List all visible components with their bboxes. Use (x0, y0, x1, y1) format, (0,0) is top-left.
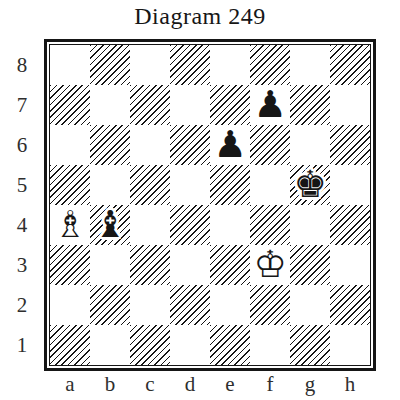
black-bishop-b4: ♝ (93, 205, 126, 245)
square-c8[interactable] (130, 45, 170, 85)
rank-label-1: 1 (0, 325, 44, 365)
square-b6[interactable] (90, 125, 130, 165)
square-h5[interactable] (330, 165, 370, 205)
square-h2[interactable] (330, 285, 370, 325)
white-king-f3: ♔ (253, 245, 286, 285)
square-a1[interactable] (50, 325, 90, 365)
square-d3[interactable] (170, 245, 210, 285)
square-h4[interactable] (330, 205, 370, 245)
square-e3[interactable] (210, 245, 250, 285)
black-king-g5: ♚ (293, 165, 326, 205)
rank-label-8: 8 (0, 45, 44, 85)
white-bishop-a4: ♗ (53, 205, 86, 245)
square-f6[interactable] (250, 125, 290, 165)
square-h3[interactable] (330, 245, 370, 285)
square-b5[interactable] (90, 165, 130, 205)
square-g4[interactable] (290, 205, 330, 245)
square-g8[interactable] (290, 45, 330, 85)
square-c7[interactable] (130, 85, 170, 125)
square-e8[interactable] (210, 45, 250, 85)
square-g6[interactable] (290, 125, 330, 165)
square-c1[interactable] (130, 325, 170, 365)
square-c2[interactable] (130, 285, 170, 325)
square-e5[interactable] (210, 165, 250, 205)
square-h7[interactable] (330, 85, 370, 125)
square-d8[interactable] (170, 45, 210, 85)
square-d1[interactable] (170, 325, 210, 365)
square-d2[interactable] (170, 285, 210, 325)
square-f1[interactable] (250, 325, 290, 365)
file-label-e: e (210, 371, 250, 397)
square-b2[interactable] (90, 285, 130, 325)
file-label-d: d (170, 371, 210, 397)
square-f7[interactable]: ♟ (250, 85, 290, 125)
square-h6[interactable] (330, 125, 370, 165)
rank-label-2: 2 (0, 285, 44, 325)
square-f8[interactable] (250, 45, 290, 85)
file-label-c: c (130, 371, 170, 397)
square-d4[interactable] (170, 205, 210, 245)
square-d6[interactable] (170, 125, 210, 165)
file-label-f: f (250, 371, 290, 397)
square-a3[interactable] (50, 245, 90, 285)
square-h1[interactable] (330, 325, 370, 365)
square-d5[interactable] (170, 165, 210, 205)
square-a6[interactable] (50, 125, 90, 165)
rank-label-6: 6 (0, 125, 44, 165)
square-a5[interactable] (50, 165, 90, 205)
square-g3[interactable] (290, 245, 330, 285)
rank-label-5: 5 (0, 165, 44, 205)
rank-labels: 87654321 (0, 45, 44, 365)
square-a7[interactable] (50, 85, 90, 125)
square-e7[interactable] (210, 85, 250, 125)
file-label-g: g (290, 371, 330, 397)
file-label-h: h (330, 371, 370, 397)
square-f5[interactable] (250, 165, 290, 205)
square-g5[interactable]: ♚ (290, 165, 330, 205)
rank-label-7: 7 (0, 85, 44, 125)
square-g1[interactable] (290, 325, 330, 365)
square-a2[interactable] (50, 285, 90, 325)
square-c6[interactable] (130, 125, 170, 165)
square-a8[interactable] (50, 45, 90, 85)
square-b7[interactable] (90, 85, 130, 125)
square-f2[interactable] (250, 285, 290, 325)
square-b3[interactable] (90, 245, 130, 285)
board-inner-border: ♟♟♚♗♝♔ (49, 44, 371, 366)
square-e2[interactable] (210, 285, 250, 325)
rank-label-3: 3 (0, 245, 44, 285)
board: ♟♟♚♗♝♔ (50, 45, 370, 365)
square-a4[interactable]: ♗ (50, 205, 90, 245)
square-g2[interactable] (290, 285, 330, 325)
black-pawn-e6: ♟ (213, 125, 246, 165)
file-label-a: a (50, 371, 90, 397)
square-g7[interactable] (290, 85, 330, 125)
square-c4[interactable] (130, 205, 170, 245)
file-label-b: b (90, 371, 130, 397)
square-c5[interactable] (130, 165, 170, 205)
square-e4[interactable] (210, 205, 250, 245)
diagram-title: Diagram 249 (0, 3, 400, 30)
square-h8[interactable] (330, 45, 370, 85)
board-border: ♟♟♚♗♝♔ (44, 39, 376, 371)
square-e6[interactable]: ♟ (210, 125, 250, 165)
square-f4[interactable] (250, 205, 290, 245)
square-d7[interactable] (170, 85, 210, 125)
file-labels: abcdefgh (50, 371, 370, 397)
rank-label-4: 4 (0, 205, 44, 245)
square-c3[interactable] (130, 245, 170, 285)
black-pawn-f7: ♟ (253, 85, 286, 125)
square-b8[interactable] (90, 45, 130, 85)
square-f3[interactable]: ♔ (250, 245, 290, 285)
square-b4[interactable]: ♝ (90, 205, 130, 245)
square-e1[interactable] (210, 325, 250, 365)
square-b1[interactable] (90, 325, 130, 365)
chess-diagram-page: Diagram 249 87654321 ♟♟♚♗♝♔ abcdefgh (0, 0, 400, 400)
